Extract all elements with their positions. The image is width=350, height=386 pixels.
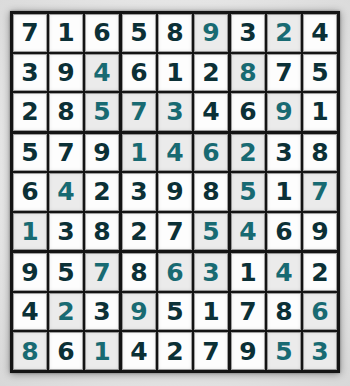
cell-r4c8[interactable]: 3 bbox=[267, 134, 301, 172]
cell-r7c9[interactable]: 2 bbox=[303, 253, 337, 291]
cell-r7c3[interactable]: 7 bbox=[85, 253, 119, 291]
cell-r9c2[interactable]: 6 bbox=[49, 332, 83, 370]
cell-r2c5[interactable]: 1 bbox=[158, 54, 192, 92]
cell-r5c5[interactable]: 9 bbox=[158, 173, 192, 211]
cell-r9c3[interactable]: 1 bbox=[85, 332, 119, 370]
cell-r2c1[interactable]: 3 bbox=[13, 54, 47, 92]
cell-r1c2[interactable]: 1 bbox=[49, 14, 83, 52]
cell-r7c8[interactable]: 4 bbox=[267, 253, 301, 291]
cell-r1c4[interactable]: 5 bbox=[122, 14, 156, 52]
cell-r8c7[interactable]: 7 bbox=[231, 293, 265, 331]
cell-r2c2[interactable]: 9 bbox=[49, 54, 83, 92]
cell-r8c9[interactable]: 6 bbox=[303, 293, 337, 331]
cell-r4c1[interactable]: 5 bbox=[13, 134, 47, 172]
cell-r3c4[interactable]: 7 bbox=[122, 93, 156, 131]
cell-r5c1[interactable]: 6 bbox=[13, 173, 47, 211]
cell-r9c9[interactable]: 3 bbox=[303, 332, 337, 370]
cell-r5c2[interactable]: 4 bbox=[49, 173, 83, 211]
sudoku-box-6: 238517469 bbox=[231, 134, 337, 251]
cell-r4c6[interactable]: 6 bbox=[194, 134, 228, 172]
cell-r3c1[interactable]: 2 bbox=[13, 93, 47, 131]
cell-r5c9[interactable]: 7 bbox=[303, 173, 337, 211]
cell-r6c6[interactable]: 5 bbox=[194, 213, 228, 251]
cell-r5c6[interactable]: 8 bbox=[194, 173, 228, 211]
cell-r7c4[interactable]: 8 bbox=[122, 253, 156, 291]
cell-r9c5[interactable]: 2 bbox=[158, 332, 192, 370]
cell-r7c6[interactable]: 3 bbox=[194, 253, 228, 291]
sudoku-box-5: 146398275 bbox=[122, 134, 228, 251]
sudoku-box-9: 142786953 bbox=[231, 253, 337, 370]
cell-r1c3[interactable]: 6 bbox=[85, 14, 119, 52]
cell-r4c7[interactable]: 2 bbox=[231, 134, 265, 172]
cell-r8c3[interactable]: 3 bbox=[85, 293, 119, 331]
cell-r2c9[interactable]: 5 bbox=[303, 54, 337, 92]
sudoku-box-2: 589612734 bbox=[122, 14, 228, 131]
cell-r2c6[interactable]: 2 bbox=[194, 54, 228, 92]
cell-r2c4[interactable]: 6 bbox=[122, 54, 156, 92]
cell-r3c6[interactable]: 4 bbox=[194, 93, 228, 131]
cell-r2c3[interactable]: 4 bbox=[85, 54, 119, 92]
cell-r8c2[interactable]: 2 bbox=[49, 293, 83, 331]
cell-r3c5[interactable]: 3 bbox=[158, 93, 192, 131]
cell-r1c6[interactable]: 9 bbox=[194, 14, 228, 52]
cell-r4c4[interactable]: 1 bbox=[122, 134, 156, 172]
cell-r9c7[interactable]: 9 bbox=[231, 332, 265, 370]
cell-r3c7[interactable]: 6 bbox=[231, 93, 265, 131]
cell-r8c1[interactable]: 4 bbox=[13, 293, 47, 331]
cell-r2c7[interactable]: 8 bbox=[231, 54, 265, 92]
sudoku-box-7: 957423861 bbox=[13, 253, 119, 370]
cell-r3c3[interactable]: 5 bbox=[85, 93, 119, 131]
cell-r6c2[interactable]: 3 bbox=[49, 213, 83, 251]
cell-r7c1[interactable]: 9 bbox=[13, 253, 47, 291]
cell-r6c1[interactable]: 1 bbox=[13, 213, 47, 251]
cell-r7c7[interactable]: 1 bbox=[231, 253, 265, 291]
cell-r4c5[interactable]: 4 bbox=[158, 134, 192, 172]
cell-r7c5[interactable]: 6 bbox=[158, 253, 192, 291]
cell-r5c3[interactable]: 2 bbox=[85, 173, 119, 211]
cell-r8c8[interactable]: 8 bbox=[267, 293, 301, 331]
cell-r1c9[interactable]: 4 bbox=[303, 14, 337, 52]
cell-r8c6[interactable]: 1 bbox=[194, 293, 228, 331]
cell-r6c9[interactable]: 9 bbox=[303, 213, 337, 251]
sudoku-board: 7163942855896127343248756915796421381463… bbox=[10, 11, 340, 373]
cell-r3c9[interactable]: 1 bbox=[303, 93, 337, 131]
cell-r3c8[interactable]: 9 bbox=[267, 93, 301, 131]
cell-r9c1[interactable]: 8 bbox=[13, 332, 47, 370]
cell-r9c4[interactable]: 4 bbox=[122, 332, 156, 370]
cell-r4c2[interactable]: 7 bbox=[49, 134, 83, 172]
cell-r8c4[interactable]: 9 bbox=[122, 293, 156, 331]
cell-r7c2[interactable]: 5 bbox=[49, 253, 83, 291]
cell-r5c7[interactable]: 5 bbox=[231, 173, 265, 211]
cell-r1c7[interactable]: 3 bbox=[231, 14, 265, 52]
cell-r2c8[interactable]: 7 bbox=[267, 54, 301, 92]
sudoku-box-8: 863951427 bbox=[122, 253, 228, 370]
sudoku-box-1: 716394285 bbox=[13, 14, 119, 131]
cell-r6c3[interactable]: 8 bbox=[85, 213, 119, 251]
cell-r6c5[interactable]: 7 bbox=[158, 213, 192, 251]
cell-r8c5[interactable]: 5 bbox=[158, 293, 192, 331]
cell-r6c7[interactable]: 4 bbox=[231, 213, 265, 251]
cell-r4c3[interactable]: 9 bbox=[85, 134, 119, 172]
cell-r9c6[interactable]: 7 bbox=[194, 332, 228, 370]
cell-r1c5[interactable]: 8 bbox=[158, 14, 192, 52]
cell-r6c8[interactable]: 6 bbox=[267, 213, 301, 251]
cell-r9c8[interactable]: 5 bbox=[267, 332, 301, 370]
page-background: 7163942855896127343248756915796421381463… bbox=[0, 0, 350, 386]
cell-r5c8[interactable]: 1 bbox=[267, 173, 301, 211]
cell-r4c9[interactable]: 8 bbox=[303, 134, 337, 172]
sudoku-box-3: 324875691 bbox=[231, 14, 337, 131]
cell-r3c2[interactable]: 8 bbox=[49, 93, 83, 131]
sudoku-box-4: 579642138 bbox=[13, 134, 119, 251]
cell-r1c8[interactable]: 2 bbox=[267, 14, 301, 52]
cell-r5c4[interactable]: 3 bbox=[122, 173, 156, 211]
cell-r1c1[interactable]: 7 bbox=[13, 14, 47, 52]
cell-r6c4[interactable]: 2 bbox=[122, 213, 156, 251]
